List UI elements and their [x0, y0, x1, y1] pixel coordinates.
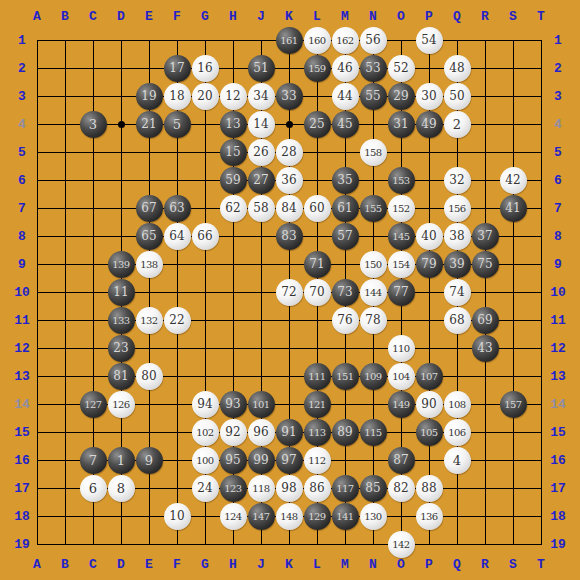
stone-black-147-J18[interactable]: 147: [248, 503, 275, 530]
stone-white-6-C17[interactable]: 6: [80, 475, 107, 502]
col-label-J: J: [247, 6, 275, 26]
stone-black-67-E7[interactable]: 67: [136, 195, 163, 222]
stone-white-40-P8[interactable]: 40: [416, 223, 443, 250]
stone-black-43-R12[interactable]: 43: [472, 335, 499, 362]
col-label-G: G: [191, 6, 219, 26]
stone-white-72-K10[interactable]: 72: [276, 279, 303, 306]
col-label-C: C: [79, 6, 107, 26]
stone-white-86-L17[interactable]: 86: [304, 475, 331, 502]
col-label-A: A: [23, 6, 51, 26]
stone-black-97-K16[interactable]: 97: [276, 447, 303, 474]
stone-white-2-Q4[interactable]: 2: [444, 111, 471, 138]
stone-white-110-O12[interactable]: 110: [388, 335, 415, 362]
stone-black-35-M6[interactable]: 35: [332, 167, 359, 194]
stone-black-7-C16[interactable]: 7: [80, 447, 107, 474]
stone-white-22-F11[interactable]: 22: [164, 307, 191, 334]
stone-black-53-N2[interactable]: 53: [360, 55, 387, 82]
stone-white-106-Q15[interactable]: 106: [444, 419, 471, 446]
stone-black-73-M10[interactable]: 73: [332, 279, 359, 306]
stone-white-78-N11[interactable]: 78: [360, 307, 387, 334]
stone-white-12-H3[interactable]: 12: [220, 83, 247, 110]
stone-black-127-C14[interactable]: 127: [80, 391, 107, 418]
stone-white-142-O19[interactable]: 142: [388, 531, 415, 558]
stone-white-132-E11[interactable]: 132: [136, 307, 163, 334]
stone-white-76-M11[interactable]: 76: [332, 307, 359, 334]
stone-white-28-K5[interactable]: 28: [276, 139, 303, 166]
col-label-P: P: [415, 6, 443, 26]
stone-white-102-G15[interactable]: 102: [192, 419, 219, 446]
stone-black-51-J2[interactable]: 51: [248, 55, 275, 82]
stone-black-45-M4[interactable]: 45: [332, 111, 359, 138]
stone-black-17-F2[interactable]: 17: [164, 55, 191, 82]
stone-white-148-K18[interactable]: 148: [276, 503, 303, 530]
stone-black-133-D11[interactable]: 133: [108, 307, 135, 334]
stone-white-64-F8[interactable]: 64: [164, 223, 191, 250]
col-label-E: E: [135, 6, 163, 26]
stone-black-33-K3[interactable]: 33: [276, 83, 303, 110]
stone-white-126-D14[interactable]: 126: [108, 391, 135, 418]
stone-black-107-P13[interactable]: 107: [416, 363, 443, 390]
stone-black-49-P4[interactable]: 49: [416, 111, 443, 138]
stone-black-145-O8[interactable]: 145: [388, 223, 415, 250]
stones-layer: 1611601625654171651159465352481918201234…: [23, 26, 555, 558]
stone-black-41-S7[interactable]: 41: [500, 195, 527, 222]
stone-black-109-N13[interactable]: 109: [360, 363, 387, 390]
stone-white-94-G14[interactable]: 94: [192, 391, 219, 418]
stone-black-111-L13[interactable]: 111: [304, 363, 331, 390]
stone-white-82-O17[interactable]: 82: [388, 475, 415, 502]
stone-white-16-G2[interactable]: 16: [192, 55, 219, 82]
stone-black-99-J16[interactable]: 99: [248, 447, 275, 474]
stone-black-117-M17[interactable]: 117: [332, 475, 359, 502]
go-board-app: ABCDEFGHJKLMNOPQRST ABCDEFGHJKLMNOPQRST …: [0, 0, 580, 580]
stone-white-96-J15[interactable]: 96: [248, 419, 275, 446]
stone-white-150-N9[interactable]: 150: [360, 251, 387, 278]
col-label-T: T: [527, 6, 555, 26]
stone-black-59-H6[interactable]: 59: [220, 167, 247, 194]
stone-black-161-K1[interactable]: 161: [276, 27, 303, 54]
stone-black-71-L9[interactable]: 71: [304, 251, 331, 278]
stone-black-39-Q9[interactable]: 39: [444, 251, 471, 278]
stone-black-95-H16[interactable]: 95: [220, 447, 247, 474]
stone-white-62-H7[interactable]: 62: [220, 195, 247, 222]
stone-white-90-P14[interactable]: 90: [416, 391, 443, 418]
stone-white-46-M2[interactable]: 46: [332, 55, 359, 82]
stone-white-130-N18[interactable]: 130: [360, 503, 387, 530]
stone-white-108-Q14[interactable]: 108: [444, 391, 471, 418]
stone-white-124-H18[interactable]: 124: [220, 503, 247, 530]
stone-black-9-E16[interactable]: 9: [136, 447, 163, 474]
stone-white-100-G16[interactable]: 100: [192, 447, 219, 474]
stone-white-84-K7[interactable]: 84: [276, 195, 303, 222]
stone-black-115-N15[interactable]: 115: [360, 419, 387, 446]
stone-black-157-S14[interactable]: 157: [500, 391, 527, 418]
stone-white-92-H15[interactable]: 92: [220, 419, 247, 446]
stone-white-30-P3[interactable]: 30: [416, 83, 443, 110]
stone-white-42-S6[interactable]: 42: [500, 167, 527, 194]
stone-white-20-G3[interactable]: 20: [192, 83, 219, 110]
stone-black-61-M7[interactable]: 61: [332, 195, 359, 222]
stone-black-3-C4[interactable]: 3: [80, 111, 107, 138]
stone-black-153-O6[interactable]: 153: [388, 167, 415, 194]
stone-white-162-M1[interactable]: 162: [332, 27, 359, 54]
stone-black-13-H4[interactable]: 13: [220, 111, 247, 138]
stone-black-79-P9[interactable]: 79: [416, 251, 443, 278]
stone-white-136-P18[interactable]: 136: [416, 503, 443, 530]
stone-black-151-M13[interactable]: 151: [332, 363, 359, 390]
stone-white-98-K17[interactable]: 98: [276, 475, 303, 502]
stone-black-25-L4[interactable]: 25: [304, 111, 331, 138]
col-label-L: L: [303, 6, 331, 26]
col-label-K: K: [275, 6, 303, 26]
col-label-B: B: [51, 6, 79, 26]
stone-white-88-P17[interactable]: 88: [416, 475, 443, 502]
col-label-H: H: [219, 6, 247, 26]
stone-white-156-Q7[interactable]: 156: [444, 195, 471, 222]
stone-black-19-E3[interactable]: 19: [136, 83, 163, 110]
stone-white-14-J4[interactable]: 14: [248, 111, 275, 138]
col-label-R: R: [471, 6, 499, 26]
col-label-M: M: [331, 6, 359, 26]
stone-black-121-L14[interactable]: 121: [304, 391, 331, 418]
stone-white-74-Q10[interactable]: 74: [444, 279, 471, 306]
col-label-S: S: [499, 6, 527, 26]
stone-white-32-Q6[interactable]: 32: [444, 167, 471, 194]
stone-white-158-N5[interactable]: 158: [360, 139, 387, 166]
stone-white-112-L16[interactable]: 112: [304, 447, 331, 474]
stone-black-155-N7[interactable]: 155: [360, 195, 387, 222]
stone-black-5-F4[interactable]: 5: [164, 111, 191, 138]
stone-black-31-O4[interactable]: 31: [388, 111, 415, 138]
stone-black-85-N17[interactable]: 85: [360, 475, 387, 502]
stone-black-159-L2[interactable]: 159: [304, 55, 331, 82]
stone-white-36-K6[interactable]: 36: [276, 167, 303, 194]
stone-white-18-F3[interactable]: 18: [164, 83, 191, 110]
stone-white-144-N10[interactable]: 144: [360, 279, 387, 306]
stone-black-65-E8[interactable]: 65: [136, 223, 163, 250]
column-labels-top: ABCDEFGHJKLMNOPQRST: [23, 6, 555, 26]
stone-black-21-E4[interactable]: 21: [136, 111, 163, 138]
stone-white-60-L7[interactable]: 60: [304, 195, 331, 222]
stone-black-37-R8[interactable]: 37: [472, 223, 499, 250]
stone-white-56-N1[interactable]: 56: [360, 27, 387, 54]
stone-black-105-P15[interactable]: 105: [416, 419, 443, 446]
stone-black-81-D13[interactable]: 81: [108, 363, 135, 390]
stone-black-55-N3[interactable]: 55: [360, 83, 387, 110]
stone-white-154-O9[interactable]: 154: [388, 251, 415, 278]
stone-white-80-E13[interactable]: 80: [136, 363, 163, 390]
stone-black-63-F7[interactable]: 63: [164, 195, 191, 222]
col-label-O: O: [387, 6, 415, 26]
stone-white-38-Q8[interactable]: 38: [444, 223, 471, 250]
stone-white-50-Q3[interactable]: 50: [444, 83, 471, 110]
stone-white-70-L10[interactable]: 70: [304, 279, 331, 306]
stone-white-34-J3[interactable]: 34: [248, 83, 275, 110]
stone-white-58-J7[interactable]: 58: [248, 195, 275, 222]
stone-white-118-J17[interactable]: 118: [248, 475, 275, 502]
stone-white-10-F18[interactable]: 10: [164, 503, 191, 530]
stone-white-48-Q2[interactable]: 48: [444, 55, 471, 82]
stone-white-68-Q11[interactable]: 68: [444, 307, 471, 334]
col-label-D: D: [107, 6, 135, 26]
stone-black-15-H5[interactable]: 15: [220, 139, 247, 166]
stone-white-138-E9[interactable]: 138: [136, 251, 163, 278]
stone-black-69-R11[interactable]: 69: [472, 307, 499, 334]
stone-white-26-J5[interactable]: 26: [248, 139, 275, 166]
stone-black-93-H14[interactable]: 93: [220, 391, 247, 418]
stone-black-91-K15[interactable]: 91: [276, 419, 303, 446]
stone-black-141-M18[interactable]: 141: [332, 503, 359, 530]
stone-black-113-L15[interactable]: 113: [304, 419, 331, 446]
col-label-Q: Q: [443, 6, 471, 26]
stone-black-83-K8[interactable]: 83: [276, 223, 303, 250]
stone-black-89-M15[interactable]: 89: [332, 419, 359, 446]
stone-white-44-M3[interactable]: 44: [332, 83, 359, 110]
stone-black-101-J14[interactable]: 101: [248, 391, 275, 418]
stone-black-77-O10[interactable]: 77: [388, 279, 415, 306]
stone-white-152-O7[interactable]: 152: [388, 195, 415, 222]
stone-black-11-D10[interactable]: 11: [108, 279, 135, 306]
stone-black-57-M8[interactable]: 57: [332, 223, 359, 250]
stone-black-123-H17[interactable]: 123: [220, 475, 247, 502]
stone-white-160-L1[interactable]: 160: [304, 27, 331, 54]
col-label-N: N: [359, 6, 387, 26]
stone-black-27-J6[interactable]: 27: [248, 167, 275, 194]
stone-white-8-D17[interactable]: 8: [108, 475, 135, 502]
stone-white-24-G17[interactable]: 24: [192, 475, 219, 502]
stone-black-139-D9[interactable]: 139: [108, 251, 135, 278]
stone-black-29-O3[interactable]: 29: [388, 83, 415, 110]
stone-black-23-D12[interactable]: 23: [108, 335, 135, 362]
stone-white-4-Q16[interactable]: 4: [444, 447, 471, 474]
col-label-F: F: [163, 6, 191, 26]
stone-white-104-O13[interactable]: 104: [388, 363, 415, 390]
stone-black-75-R9[interactable]: 75: [472, 251, 499, 278]
go-board[interactable]: 1611601625654171651159465352481918201234…: [23, 26, 555, 558]
stone-black-87-O16[interactable]: 87: [388, 447, 415, 474]
stone-white-52-O2[interactable]: 52: [388, 55, 415, 82]
stone-white-66-G8[interactable]: 66: [192, 223, 219, 250]
stone-black-129-L18[interactable]: 129: [304, 503, 331, 530]
stone-black-149-O14[interactable]: 149: [388, 391, 415, 418]
stone-black-1-D16[interactable]: 1: [108, 447, 135, 474]
stone-white-54-P1[interactable]: 54: [416, 27, 443, 54]
